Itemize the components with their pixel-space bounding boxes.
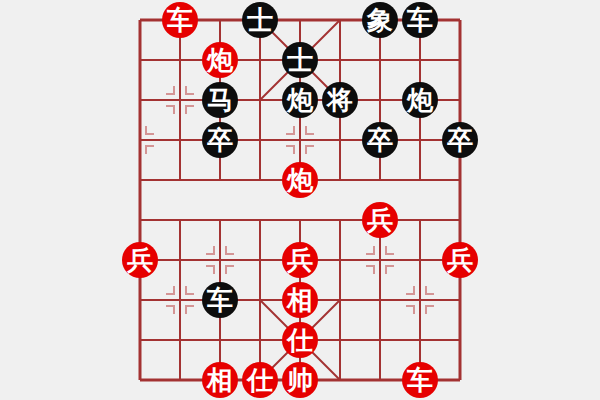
piece-black-pawn[interactable]: 卒 (362, 122, 398, 158)
piece-red-elephant[interactable]: 相 (202, 362, 238, 398)
piece-red-general[interactable]: 帅 (282, 362, 318, 398)
piece-black-advisor[interactable]: 士 (242, 2, 278, 38)
piece-red-advisor[interactable]: 仕 (242, 362, 278, 398)
piece-red-pawn[interactable]: 兵 (282, 242, 318, 278)
piece-red-chariot[interactable]: 车 (402, 362, 438, 398)
piece-red-pawn[interactable]: 兵 (442, 242, 478, 278)
piece-black-cannon[interactable]: 炮 (402, 82, 438, 118)
piece-red-elephant[interactable]: 相 (282, 282, 318, 318)
piece-black-chariot[interactable]: 车 (202, 282, 238, 318)
piece-black-horse[interactable]: 马 (202, 82, 238, 118)
piece-red-cannon[interactable]: 炮 (282, 162, 318, 198)
piece-black-elephant[interactable]: 象 (362, 2, 398, 38)
piece-red-advisor[interactable]: 仕 (282, 322, 318, 358)
piece-black-chariot[interactable]: 车 (402, 2, 438, 38)
xiangqi-board: 车炮炮兵兵兵兵相仕相仕帅车士象车士马炮将炮卒卒卒车 (0, 0, 600, 400)
piece-black-general[interactable]: 将 (322, 82, 358, 118)
piece-red-pawn[interactable]: 兵 (122, 242, 158, 278)
piece-black-advisor[interactable]: 士 (282, 42, 318, 78)
piece-black-pawn[interactable]: 卒 (442, 122, 478, 158)
pieces-layer: 车炮炮兵兵兵兵相仕相仕帅车士象车士马炮将炮卒卒卒车 (120, 0, 480, 400)
piece-red-cannon[interactable]: 炮 (202, 42, 238, 78)
piece-red-chariot[interactable]: 车 (162, 2, 198, 38)
piece-black-cannon[interactable]: 炮 (282, 82, 318, 118)
piece-red-pawn[interactable]: 兵 (362, 202, 398, 238)
piece-black-pawn[interactable]: 卒 (202, 122, 238, 158)
